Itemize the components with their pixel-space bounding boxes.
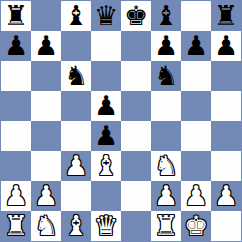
square-d7[interactable] <box>91 31 121 61</box>
square-f2[interactable]: ♟ <box>151 181 181 211</box>
square-g7[interactable]: ♟ <box>181 31 211 61</box>
square-f4[interactable] <box>151 121 181 151</box>
square-b8[interactable] <box>31 1 61 31</box>
square-g3[interactable] <box>181 151 211 181</box>
square-c5[interactable] <box>61 91 91 121</box>
white-pawn[interactable]: ♟ <box>4 181 28 211</box>
square-c8[interactable]: ♝ <box>61 1 91 31</box>
square-g4[interactable] <box>181 121 211 151</box>
black-queen[interactable]: ♛ <box>94 1 118 31</box>
square-g8[interactable] <box>181 1 211 31</box>
white-king[interactable]: ♚ <box>184 211 208 241</box>
square-e8[interactable]: ♚ <box>121 1 151 31</box>
square-h1[interactable] <box>211 211 241 241</box>
square-e3[interactable] <box>121 151 151 181</box>
black-knight[interactable]: ♞ <box>154 61 178 91</box>
square-h3[interactable] <box>211 151 241 181</box>
black-pawn[interactable]: ♟ <box>94 91 118 121</box>
square-h6[interactable] <box>211 61 241 91</box>
square-e2[interactable] <box>121 181 151 211</box>
square-c2[interactable] <box>61 181 91 211</box>
square-a4[interactable] <box>1 121 31 151</box>
square-h4[interactable] <box>211 121 241 151</box>
black-knight[interactable]: ♞ <box>64 61 88 91</box>
square-g6[interactable] <box>181 61 211 91</box>
black-rook[interactable]: ♜ <box>4 1 28 31</box>
square-f8[interactable]: ♝ <box>151 1 181 31</box>
square-c1[interactable]: ♝ <box>61 211 91 241</box>
black-bishop[interactable]: ♝ <box>64 1 88 31</box>
square-b2[interactable]: ♟ <box>31 181 61 211</box>
chess-board: ♜♝♛♚♝♜♟♟♟♟♟♞♞♟♟♟♝♞♟♟♟♟♟♜♞♝♛♜♚ <box>0 0 242 242</box>
square-a6[interactable] <box>1 61 31 91</box>
black-pawn[interactable]: ♟ <box>94 121 118 151</box>
white-rook[interactable]: ♜ <box>154 211 178 241</box>
square-d8[interactable]: ♛ <box>91 1 121 31</box>
square-c6[interactable]: ♞ <box>61 61 91 91</box>
black-pawn[interactable]: ♟ <box>4 31 28 61</box>
black-rook[interactable]: ♜ <box>214 1 238 31</box>
white-rook[interactable]: ♜ <box>4 211 28 241</box>
black-pawn[interactable]: ♟ <box>214 31 238 61</box>
square-h5[interactable] <box>211 91 241 121</box>
square-a7[interactable]: ♟ <box>1 31 31 61</box>
square-d3[interactable]: ♝ <box>91 151 121 181</box>
square-h8[interactable]: ♜ <box>211 1 241 31</box>
white-pawn[interactable]: ♟ <box>184 181 208 211</box>
white-pawn[interactable]: ♟ <box>154 181 178 211</box>
chess-board-wrap: ♜♝♛♚♝♜♟♟♟♟♟♞♞♟♟♟♝♞♟♟♟♟♟♜♞♝♛♜♚ <box>0 0 242 242</box>
square-b3[interactable] <box>31 151 61 181</box>
square-h2[interactable]: ♟ <box>211 181 241 211</box>
square-b7[interactable]: ♟ <box>31 31 61 61</box>
black-pawn[interactable]: ♟ <box>34 31 58 61</box>
square-g2[interactable]: ♟ <box>181 181 211 211</box>
white-knight[interactable]: ♞ <box>34 211 58 241</box>
square-e6[interactable] <box>121 61 151 91</box>
white-pawn[interactable]: ♟ <box>214 181 238 211</box>
square-c3[interactable]: ♟ <box>61 151 91 181</box>
square-f3[interactable]: ♞ <box>151 151 181 181</box>
square-b1[interactable]: ♞ <box>31 211 61 241</box>
white-pawn[interactable]: ♟ <box>64 151 88 181</box>
square-d5[interactable]: ♟ <box>91 91 121 121</box>
square-a5[interactable] <box>1 91 31 121</box>
square-b4[interactable] <box>31 121 61 151</box>
square-a3[interactable] <box>1 151 31 181</box>
white-knight[interactable]: ♞ <box>154 151 178 181</box>
square-a1[interactable]: ♜ <box>1 211 31 241</box>
square-c4[interactable] <box>61 121 91 151</box>
square-d6[interactable] <box>91 61 121 91</box>
square-e4[interactable] <box>121 121 151 151</box>
square-a2[interactable]: ♟ <box>1 181 31 211</box>
square-b5[interactable] <box>31 91 61 121</box>
black-pawn[interactable]: ♟ <box>184 31 208 61</box>
square-c7[interactable] <box>61 31 91 61</box>
square-f6[interactable]: ♞ <box>151 61 181 91</box>
square-b6[interactable] <box>31 61 61 91</box>
square-e1[interactable] <box>121 211 151 241</box>
white-queen[interactable]: ♛ <box>94 211 118 241</box>
square-d4[interactable]: ♟ <box>91 121 121 151</box>
white-bishop[interactable]: ♝ <box>64 211 88 241</box>
square-a8[interactable]: ♜ <box>1 1 31 31</box>
square-f1[interactable]: ♜ <box>151 211 181 241</box>
square-d2[interactable] <box>91 181 121 211</box>
square-g1[interactable]: ♚ <box>181 211 211 241</box>
black-bishop[interactable]: ♝ <box>154 1 178 31</box>
square-h7[interactable]: ♟ <box>211 31 241 61</box>
square-e5[interactable] <box>121 91 151 121</box>
white-pawn[interactable]: ♟ <box>34 181 58 211</box>
square-d1[interactable]: ♛ <box>91 211 121 241</box>
white-bishop[interactable]: ♝ <box>94 151 118 181</box>
square-f5[interactable] <box>151 91 181 121</box>
square-e7[interactable] <box>121 31 151 61</box>
square-f7[interactable]: ♟ <box>151 31 181 61</box>
square-g5[interactable] <box>181 91 211 121</box>
black-pawn[interactable]: ♟ <box>154 31 178 61</box>
black-king[interactable]: ♚ <box>124 1 148 31</box>
